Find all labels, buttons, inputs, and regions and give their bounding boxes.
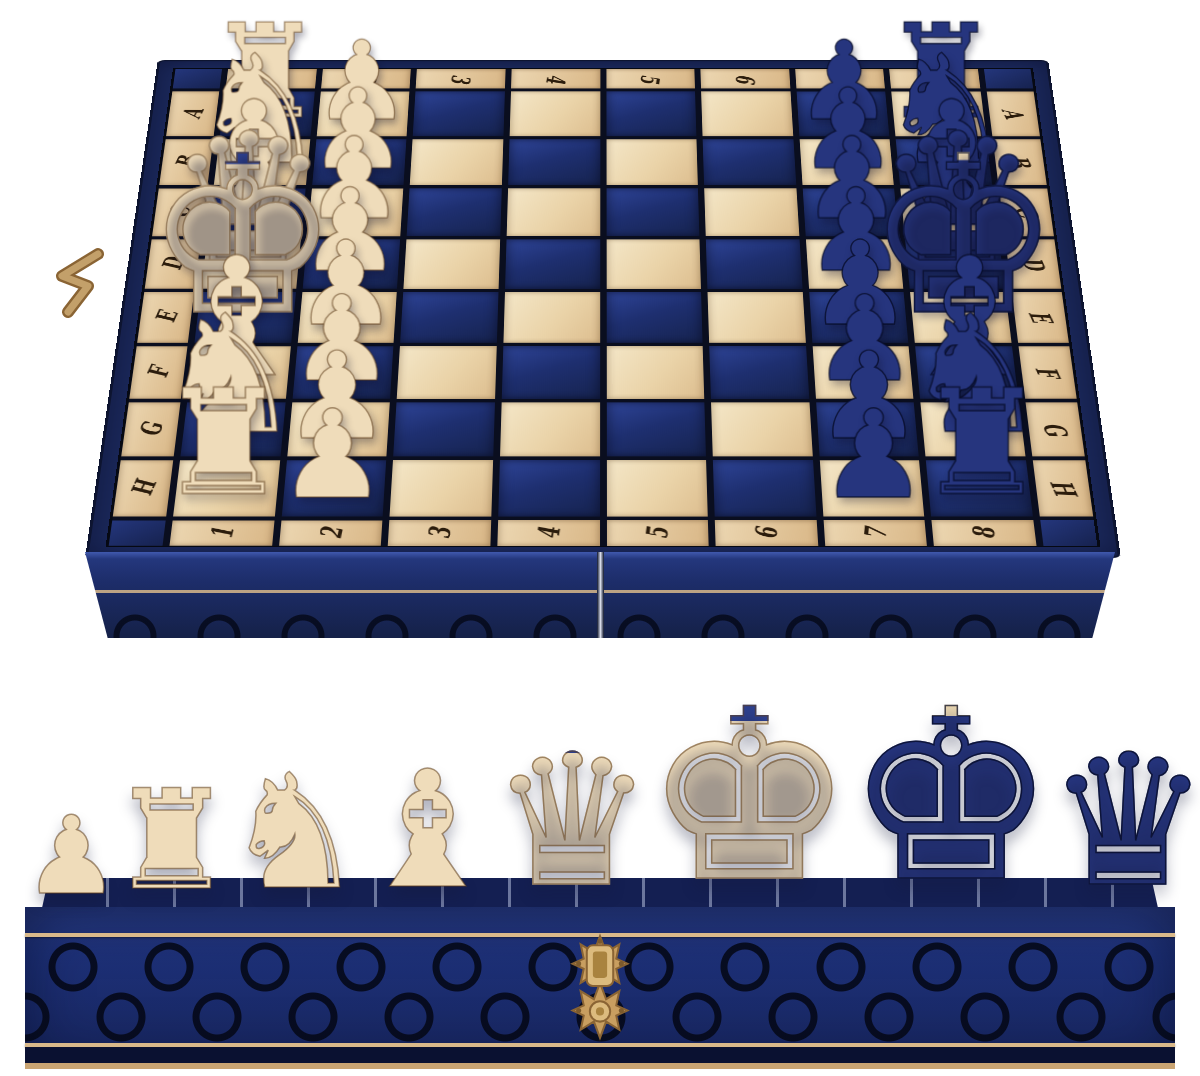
number-label-text: 7 — [857, 526, 893, 539]
square-B6 — [703, 139, 796, 185]
square-A5 — [606, 91, 696, 136]
square-D3 — [404, 239, 500, 288]
label-number-3-top: 3 — [416, 69, 506, 88]
piece-lineup: ♟♜♞♝♛♚♚♛♝♞♜♟ — [28, 655, 1172, 905]
square-B4 — [508, 139, 600, 185]
square-H2: ♟ — [281, 460, 386, 516]
square-F4 — [502, 346, 600, 399]
square-D6 — [706, 239, 802, 288]
page: 12345678A♜♟♟♜AB♞♟♟♞BC♝♟♟♝CD♛♟♟♛DE♚♟♟♚EF♝… — [0, 0, 1200, 1076]
square-H8: ♜ — [926, 460, 1033, 516]
number-label-text: 8 — [966, 526, 1001, 539]
square-H6 — [713, 460, 816, 516]
chess-board: 12345678A♜♟♟♜AB♞♟♟♞BC♝♟♟♝CD♛♟♟♛DE♚♟♟♚EF♝… — [85, 60, 1121, 558]
brass-latch-icon — [554, 925, 646, 1045]
number-label-text: 6 — [729, 74, 760, 84]
label-number-1-bottom: 1 — [170, 520, 275, 545]
letter-label-text: H — [123, 479, 163, 497]
lineup-piece-blue-queen: ♛ — [1047, 738, 1200, 905]
square-B3 — [410, 139, 503, 185]
square-E5 — [606, 292, 702, 343]
label-number-6-top: 6 — [701, 69, 791, 88]
square-A4 — [510, 91, 600, 136]
lineup-piece-white-king: ♚ — [644, 688, 856, 905]
square-C5 — [606, 189, 699, 237]
lineup-piece-white-queen: ♛ — [490, 738, 653, 905]
number-label-text: 2 — [312, 526, 349, 539]
number-label-text: 4 — [540, 74, 572, 84]
label-number-5-top: 5 — [606, 69, 695, 88]
lineup-piece-white-bishop: ♝ — [355, 756, 500, 905]
label-number-5-bottom: 5 — [606, 520, 708, 545]
square-H3 — [390, 460, 493, 516]
square-G5 — [606, 402, 706, 456]
number-label-text: 4 — [530, 526, 567, 539]
square-E6 — [708, 292, 806, 343]
square-C3 — [407, 189, 502, 237]
lineup-piece-white-pawn: ♟ — [23, 806, 120, 905]
square-B5 — [606, 139, 698, 185]
square-A3 — [413, 91, 505, 136]
piece-white-pawn-H2: ♟ — [278, 397, 388, 513]
label-number-2-bottom: 2 — [279, 520, 383, 545]
board-hinge-seam — [597, 552, 604, 638]
square-A6 — [701, 91, 793, 136]
label-number-7-bottom: 7 — [823, 520, 927, 545]
square-D4 — [505, 239, 600, 288]
frame-corner — [1040, 520, 1097, 545]
lineup-piece-white-knight: ♞ — [224, 760, 366, 905]
board-grid: 12345678A♜♟♟♜AB♞♟♟♞BC♝♟♟♝CD♛♟♟♛DE♚♟♟♚EF♝… — [105, 68, 1100, 547]
number-label-text: 3 — [445, 74, 477, 84]
square-C4 — [507, 189, 600, 237]
number-label-text: 1 — [203, 526, 240, 539]
piece-blue-rook-H8: ♜ — [916, 374, 1047, 513]
lineup-piece-white-rook: ♜ — [110, 778, 234, 905]
square-G6 — [711, 402, 812, 456]
label-number-3-bottom: 3 — [388, 520, 491, 545]
square-F5 — [606, 346, 704, 399]
label-number-4-top: 4 — [511, 69, 600, 88]
square-D5 — [606, 239, 701, 288]
frame-corner — [109, 520, 166, 545]
lineup-piece-blue-king: ♚ — [845, 688, 1057, 905]
piece-blue-pawn-H7: ♟ — [819, 397, 929, 513]
brass-hook-icon — [44, 246, 108, 320]
label-number-6-bottom: 6 — [715, 520, 818, 545]
square-G3 — [393, 402, 494, 456]
number-label-text: 5 — [639, 526, 675, 539]
piece-white-rook-H1: ♜ — [159, 374, 290, 513]
square-C6 — [704, 189, 799, 237]
board-front-edge — [85, 552, 1115, 638]
number-label-text: 6 — [748, 526, 784, 539]
number-label-text: 5 — [635, 74, 667, 84]
label-number-4-bottom: 4 — [497, 520, 599, 545]
square-H1: ♜ — [173, 460, 280, 516]
square-G4 — [500, 402, 600, 456]
square-F6 — [709, 346, 809, 399]
square-H5 — [606, 460, 707, 516]
box-bottom-edge — [25, 1063, 1175, 1069]
square-E4 — [503, 292, 599, 343]
label-number-8-bottom: 8 — [932, 520, 1037, 545]
square-H4 — [498, 460, 599, 516]
number-label-text: 3 — [421, 526, 458, 539]
box-bottom-band — [25, 1047, 1175, 1063]
letter-label-text: H — [1043, 479, 1083, 497]
square-E3 — [400, 292, 498, 343]
square-H7: ♟ — [820, 460, 925, 516]
square-F3 — [397, 346, 497, 399]
